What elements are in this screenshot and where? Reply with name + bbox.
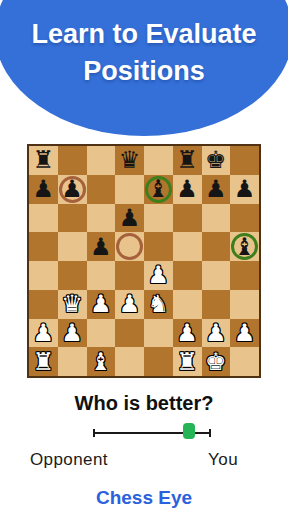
- white-pawn-c3: ♟: [90, 292, 112, 316]
- black-pawn-c5: ♟: [90, 235, 112, 259]
- square-c3: ♟: [87, 290, 116, 319]
- slider-right-tick: [209, 429, 211, 437]
- square-b4: [58, 261, 87, 290]
- square-e2: [144, 319, 173, 348]
- square-f1: ♜: [173, 347, 202, 376]
- square-d1: [115, 347, 144, 376]
- slider-label-you: You: [208, 450, 238, 470]
- white-pawn-d3: ♟: [119, 292, 141, 316]
- square-a2: ♟: [29, 319, 58, 348]
- square-a1: ♜: [29, 347, 58, 376]
- square-h6: [230, 204, 259, 233]
- hero-title-line2: Positions: [0, 53, 288, 90]
- square-c8: [87, 146, 116, 175]
- square-g3: [202, 290, 231, 319]
- square-g2: ♟: [202, 319, 231, 348]
- square-b5: [58, 232, 87, 261]
- square-e5: [144, 232, 173, 261]
- black-pawn-f7: ♟: [176, 177, 198, 201]
- square-g6: [202, 204, 231, 233]
- square-f7: ♟: [173, 175, 202, 204]
- black-bishop-e7: ♝: [148, 177, 170, 201]
- square-d3: ♟: [115, 290, 144, 319]
- square-e7: ♝: [144, 175, 173, 204]
- square-f6: [173, 204, 202, 233]
- square-b8: [58, 146, 87, 175]
- square-f2: ♟: [173, 319, 202, 348]
- square-h5: ♝: [230, 232, 259, 261]
- slider-label-opponent: Opponent: [30, 450, 108, 470]
- white-knight-e3: ♞: [148, 292, 170, 316]
- square-d6: ♟: [115, 204, 144, 233]
- square-h7: ♟: [230, 175, 259, 204]
- hero-title-line1: Learn to Evaluate: [0, 16, 288, 53]
- square-f5: [173, 232, 202, 261]
- square-f3: [173, 290, 202, 319]
- square-f4: [173, 261, 202, 290]
- white-rook-f1: ♜: [176, 350, 198, 374]
- black-pawn-b7: ♟: [61, 177, 83, 201]
- black-queen-d8: ♛: [119, 148, 141, 172]
- square-a5: [29, 232, 58, 261]
- square-g4: [202, 261, 231, 290]
- square-e1: [144, 347, 173, 376]
- black-pawn-h7: ♟: [234, 177, 256, 201]
- white-pawn-e4: ♟: [148, 263, 170, 287]
- black-rook-a8: ♜: [33, 148, 55, 172]
- white-pawn-g2: ♟: [205, 321, 227, 345]
- square-g8: ♚: [202, 146, 231, 175]
- question-text: Who is better?: [0, 392, 288, 415]
- white-king-g1: ♚: [205, 350, 227, 374]
- square-c1: ♝: [87, 347, 116, 376]
- white-bishop-c1: ♝: [90, 350, 112, 374]
- square-h1: [230, 347, 259, 376]
- square-g5: [202, 232, 231, 261]
- square-h8: [230, 146, 259, 175]
- chess-board: ♜♛♜♚♟♟♝♟♟♟♟♟♝♟♛♟♟♞♟♟♟♟♟♜♝♜♚: [27, 144, 261, 378]
- square-d4: [115, 261, 144, 290]
- square-d2: [115, 319, 144, 348]
- black-pawn-a7: ♟: [33, 177, 55, 201]
- white-pawn-f2: ♟: [176, 321, 198, 345]
- hero-title: Learn to Evaluate Positions: [0, 16, 288, 90]
- square-c6: [87, 204, 116, 233]
- square-c5: ♟: [87, 232, 116, 261]
- black-rook-f8: ♜: [176, 148, 198, 172]
- square-a6: [29, 204, 58, 233]
- square-b6: [58, 204, 87, 233]
- square-b2: ♟: [58, 319, 87, 348]
- square-e4: ♟: [144, 261, 173, 290]
- black-king-g8: ♚: [205, 148, 227, 172]
- white-rook-a1: ♜: [33, 350, 55, 374]
- square-d8: ♛: [115, 146, 144, 175]
- square-a8: ♜: [29, 146, 58, 175]
- square-h2: ♟: [230, 319, 259, 348]
- evaluation-slider-handle[interactable]: [183, 423, 195, 439]
- square-h4: [230, 261, 259, 290]
- square-b3: ♛: [58, 290, 87, 319]
- square-d5: [115, 232, 144, 261]
- square-g7: ♟: [202, 175, 231, 204]
- square-a4: [29, 261, 58, 290]
- white-pawn-b2: ♟: [61, 321, 83, 345]
- app-name: Chess Eye: [0, 487, 288, 509]
- square-e3: ♞: [144, 290, 173, 319]
- square-e8: [144, 146, 173, 175]
- square-c2: [87, 319, 116, 348]
- white-pawn-h2: ♟: [234, 321, 256, 345]
- highlight-circle-d5: [116, 233, 143, 260]
- white-queen-b3: ♛: [61, 292, 83, 316]
- square-h3: [230, 290, 259, 319]
- square-a3: [29, 290, 58, 319]
- square-a7: ♟: [29, 175, 58, 204]
- app-screen: Learn to Evaluate Positions ♜♛♜♚♟♟♝♟♟♟♟♟…: [0, 0, 288, 512]
- slider-left-tick: [93, 429, 95, 437]
- square-c4: [87, 261, 116, 290]
- square-f8: ♜: [173, 146, 202, 175]
- white-pawn-a2: ♟: [33, 321, 55, 345]
- square-d7: [115, 175, 144, 204]
- black-pawn-d6: ♟: [119, 206, 141, 230]
- black-pawn-g7: ♟: [205, 177, 227, 201]
- square-b1: [58, 347, 87, 376]
- black-bishop-h5: ♝: [234, 235, 256, 259]
- square-g1: ♚: [202, 347, 231, 376]
- square-e6: [144, 204, 173, 233]
- square-b7: ♟: [58, 175, 87, 204]
- square-c7: [87, 175, 116, 204]
